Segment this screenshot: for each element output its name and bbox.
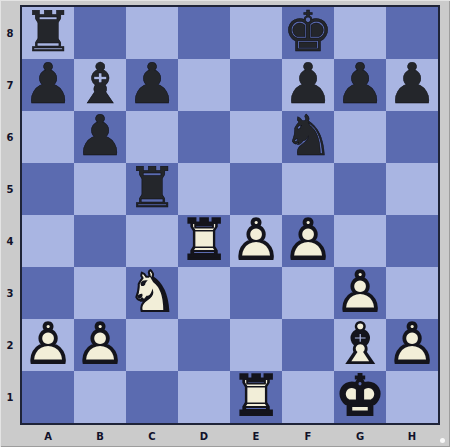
rook-outline-glyph: ♖ — [178, 215, 230, 267]
square-b6[interactable]: ♟ — [74, 111, 126, 163]
king-outline-glyph: ♔ — [334, 371, 386, 423]
piece-white-pawn[interactable]: ♟♙ — [230, 215, 282, 267]
file-labels: ABCDEFGH — [22, 427, 438, 445]
piece-black-pawn[interactable]: ♟ — [126, 59, 178, 111]
rook-outline-glyph: ♖ — [230, 371, 282, 423]
file-label-e: E — [230, 427, 282, 445]
pawn-glyph: ♟ — [126, 59, 178, 111]
file-label-g: G — [334, 427, 386, 445]
pawn-glyph: ♟ — [22, 59, 74, 111]
square-d1[interactable] — [178, 371, 230, 423]
file-label-a: A — [22, 427, 74, 445]
square-g6[interactable] — [334, 111, 386, 163]
square-h1[interactable] — [386, 371, 438, 423]
pawn-outline-glyph: ♙ — [22, 319, 74, 371]
piece-white-pawn[interactable]: ♟♙ — [386, 319, 438, 371]
square-c1[interactable] — [126, 371, 178, 423]
square-c7[interactable]: ♟ — [126, 59, 178, 111]
piece-white-pawn[interactable]: ♟♙ — [22, 319, 74, 371]
square-b1[interactable] — [74, 371, 126, 423]
square-d3[interactable] — [178, 267, 230, 319]
piece-white-knight[interactable]: ♞♘ — [126, 267, 178, 319]
piece-white-rook[interactable]: ♜♖ — [230, 371, 282, 423]
piece-white-pawn[interactable]: ♟♙ — [74, 319, 126, 371]
piece-white-king[interactable]: ♚♔ — [334, 371, 386, 423]
square-f1[interactable] — [282, 371, 334, 423]
rank-label-7: 7 — [0, 59, 20, 111]
file-label-h: H — [386, 427, 438, 445]
square-h7[interactable]: ♟ — [386, 59, 438, 111]
knight-glyph: ♞ — [282, 111, 334, 163]
rook-glyph: ♜ — [126, 163, 178, 215]
square-g7[interactable]: ♟ — [334, 59, 386, 111]
rank-label-2: 2 — [0, 319, 20, 371]
square-g1[interactable]: ♚♔ — [334, 371, 386, 423]
square-c5[interactable]: ♜ — [126, 163, 178, 215]
square-a1[interactable] — [22, 371, 74, 423]
piece-black-pawn[interactable]: ♟ — [386, 59, 438, 111]
rank-label-4: 4 — [0, 215, 20, 267]
square-d6[interactable] — [178, 111, 230, 163]
pawn-outline-glyph: ♙ — [386, 319, 438, 371]
pawn-outline-glyph: ♙ — [282, 215, 334, 267]
square-h2[interactable]: ♟♙ — [386, 319, 438, 371]
square-b4[interactable] — [74, 215, 126, 267]
square-f6[interactable]: ♞ — [282, 111, 334, 163]
rank-label-1: 1 — [0, 371, 20, 423]
square-d7[interactable] — [178, 59, 230, 111]
square-a4[interactable] — [22, 215, 74, 267]
rank-label-8: 8 — [0, 7, 20, 59]
piece-white-pawn[interactable]: ♟♙ — [282, 215, 334, 267]
square-b2[interactable]: ♟♙ — [74, 319, 126, 371]
square-e3[interactable] — [230, 267, 282, 319]
piece-black-rook[interactable]: ♜ — [126, 163, 178, 215]
pawn-glyph: ♟ — [74, 111, 126, 163]
square-a5[interactable] — [22, 163, 74, 215]
square-f3[interactable] — [282, 267, 334, 319]
square-f4[interactable]: ♟♙ — [282, 215, 334, 267]
piece-white-rook[interactable]: ♜♖ — [178, 215, 230, 267]
frame-corner-highlight-dot — [440, 438, 445, 443]
square-d2[interactable] — [178, 319, 230, 371]
square-c2[interactable] — [126, 319, 178, 371]
pawn-outline-glyph: ♙ — [74, 319, 126, 371]
piece-black-pawn[interactable]: ♟ — [22, 59, 74, 111]
chess-board: ♜♚♟♝♟♟♟♟♟♞♜♜♖♟♙♟♙♞♘♟♙♟♙♟♙♝♗♟♙♜♖♚♔ — [20, 5, 440, 425]
square-h4[interactable] — [386, 215, 438, 267]
rank-label-5: 5 — [0, 163, 20, 215]
square-d4[interactable]: ♜♖ — [178, 215, 230, 267]
file-label-d: D — [178, 427, 230, 445]
pawn-glyph: ♟ — [334, 59, 386, 111]
square-d8[interactable] — [178, 7, 230, 59]
square-g5[interactable] — [334, 163, 386, 215]
rank-labels: 87654321 — [0, 7, 20, 423]
square-e6[interactable] — [230, 111, 282, 163]
file-label-c: C — [126, 427, 178, 445]
square-a2[interactable]: ♟♙ — [22, 319, 74, 371]
square-f2[interactable] — [282, 319, 334, 371]
rank-label-6: 6 — [0, 111, 20, 163]
board-frame: 87654321 ♜♚♟♝♟♟♟♟♟♞♜♜♖♟♙♟♙♞♘♟♙♟♙♟♙♝♗♟♙♜♖… — [0, 0, 450, 447]
square-a6[interactable] — [22, 111, 74, 163]
piece-black-knight[interactable]: ♞ — [282, 111, 334, 163]
square-e4[interactable]: ♟♙ — [230, 215, 282, 267]
knight-outline-glyph: ♘ — [126, 267, 178, 319]
square-h5[interactable] — [386, 163, 438, 215]
square-c3[interactable]: ♞♘ — [126, 267, 178, 319]
square-b5[interactable] — [74, 163, 126, 215]
file-label-b: B — [74, 427, 126, 445]
pawn-glyph: ♟ — [386, 59, 438, 111]
square-e8[interactable] — [230, 7, 282, 59]
rank-label-3: 3 — [0, 267, 20, 319]
square-a7[interactable]: ♟ — [22, 59, 74, 111]
square-e1[interactable]: ♜♖ — [230, 371, 282, 423]
pawn-outline-glyph: ♙ — [230, 215, 282, 267]
square-e7[interactable] — [230, 59, 282, 111]
piece-black-pawn[interactable]: ♟ — [74, 111, 126, 163]
piece-black-pawn[interactable]: ♟ — [334, 59, 386, 111]
square-h6[interactable] — [386, 111, 438, 163]
file-label-f: F — [282, 427, 334, 445]
